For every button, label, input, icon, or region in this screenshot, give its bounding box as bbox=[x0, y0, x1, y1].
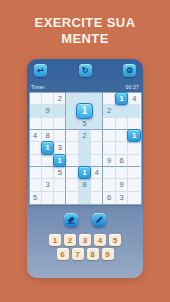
cell-r9c1[interactable]: 5 bbox=[30, 192, 42, 204]
numpad-key-3[interactable]: 3 bbox=[79, 234, 91, 246]
cell-r9c2[interactable] bbox=[42, 192, 54, 204]
cell-r6c4[interactable] bbox=[66, 155, 78, 167]
numpad-key-7[interactable]: 7 bbox=[72, 248, 84, 260]
numpad-key-2[interactable]: 2 bbox=[64, 234, 76, 246]
cell-r9c8[interactable]: 3 bbox=[116, 192, 128, 204]
cell-r4c5[interactable]: 2 bbox=[79, 130, 91, 142]
pencil-icon bbox=[94, 215, 104, 225]
cell-r5c6[interactable] bbox=[91, 142, 103, 154]
cell-r9c6[interactable] bbox=[91, 192, 103, 204]
pencil-button[interactable] bbox=[92, 213, 106, 227]
numpad-key-4[interactable]: 4 bbox=[94, 234, 106, 246]
cell-r6c9[interactable] bbox=[128, 155, 140, 167]
cell-r6c7[interactable]: 9 bbox=[103, 155, 115, 167]
cell-r5c5[interactable] bbox=[79, 142, 91, 154]
cell-r4c3[interactable] bbox=[54, 130, 66, 142]
cell-r4c4[interactable] bbox=[66, 130, 78, 142]
number-pad: 123456789 bbox=[27, 234, 143, 260]
cell-r3c7[interactable] bbox=[103, 118, 115, 130]
placed-tile[interactable]: 1 bbox=[76, 103, 92, 119]
placed-tile[interactable]: 1 bbox=[115, 92, 128, 105]
cell-r2c8[interactable] bbox=[116, 105, 128, 117]
placed-tile[interactable]: 1 bbox=[41, 141, 54, 154]
numpad-key-8[interactable]: 8 bbox=[87, 248, 99, 260]
cell-r6c8[interactable]: 6 bbox=[116, 155, 128, 167]
cell-r1c6[interactable] bbox=[91, 93, 103, 105]
cell-r7c4[interactable] bbox=[66, 167, 78, 179]
cell-r2c3[interactable] bbox=[54, 105, 66, 117]
action-buttons bbox=[27, 213, 143, 227]
cell-r3c8[interactable] bbox=[116, 118, 128, 130]
cell-r2c1[interactable] bbox=[30, 105, 42, 117]
sudoku-board: 2149125482113196514389563 bbox=[29, 92, 142, 205]
placed-tile[interactable]: 1 bbox=[53, 154, 66, 167]
cell-r8c8[interactable]: 9 bbox=[116, 179, 128, 191]
cell-r8c9[interactable] bbox=[128, 179, 140, 191]
numpad-key-5[interactable]: 5 bbox=[109, 234, 121, 246]
numpad-row: 12345 bbox=[49, 234, 121, 246]
cell-r7c8[interactable] bbox=[116, 167, 128, 179]
cell-r9c5[interactable] bbox=[79, 192, 91, 204]
numpad-key-6[interactable]: 6 bbox=[57, 248, 69, 260]
headline-text: EXERCITE SUA MENTE bbox=[20, 15, 150, 48]
cell-r3c6[interactable] bbox=[91, 118, 103, 130]
cell-r1c9[interactable]: 4 bbox=[128, 93, 140, 105]
cell-r3c1[interactable] bbox=[30, 118, 42, 130]
cell-r8c7[interactable] bbox=[103, 179, 115, 191]
numpad-key-1[interactable]: 1 bbox=[49, 234, 61, 246]
timer-value: 00:37 bbox=[125, 84, 139, 90]
cell-r2c2[interactable]: 9 bbox=[42, 105, 54, 117]
cell-r7c5[interactable]: 1 bbox=[79, 167, 91, 179]
cell-r7c3[interactable]: 5 bbox=[54, 167, 66, 179]
cell-r2c5[interactable]: 1 bbox=[79, 105, 91, 117]
numpad-key-9[interactable]: 9 bbox=[102, 248, 114, 260]
back-button[interactable]: ↩ bbox=[34, 64, 47, 77]
cell-r7c2[interactable] bbox=[42, 167, 54, 179]
cell-r3c5[interactable]: 5 bbox=[79, 118, 91, 130]
cell-r8c4[interactable] bbox=[66, 179, 78, 191]
cell-r2c7[interactable]: 2 bbox=[103, 105, 115, 117]
cell-r7c7[interactable] bbox=[103, 167, 115, 179]
app-header: ↩ ↻ ⚙ bbox=[27, 59, 143, 77]
cell-r9c3[interactable] bbox=[54, 192, 66, 204]
status-row: Timer 00:37 bbox=[30, 84, 140, 90]
cell-r1c3[interactable]: 2 bbox=[54, 93, 66, 105]
timer-label: Timer bbox=[31, 84, 45, 90]
settings-button[interactable]: ⚙ bbox=[123, 64, 136, 77]
cell-r6c3[interactable]: 1 bbox=[54, 155, 66, 167]
placed-tile[interactable]: 1 bbox=[127, 129, 141, 142]
cell-r1c8[interactable]: 1 bbox=[116, 93, 128, 105]
back-icon: ↩ bbox=[37, 67, 44, 75]
cell-r9c7[interactable]: 6 bbox=[103, 192, 115, 204]
placed-tile[interactable]: 1 bbox=[78, 166, 91, 179]
cell-r3c2[interactable] bbox=[42, 118, 54, 130]
cell-r8c3[interactable] bbox=[54, 179, 66, 191]
eraser-button[interactable] bbox=[64, 213, 78, 227]
cell-r1c1[interactable] bbox=[30, 93, 42, 105]
cell-r5c9[interactable] bbox=[128, 142, 140, 154]
cell-r1c2[interactable] bbox=[42, 93, 54, 105]
cell-r4c1[interactable]: 4 bbox=[30, 130, 42, 142]
cell-r7c1[interactable] bbox=[30, 167, 42, 179]
cell-r5c3[interactable]: 3 bbox=[54, 142, 66, 154]
cell-r5c1[interactable] bbox=[30, 142, 42, 154]
cell-r8c2[interactable]: 3 bbox=[42, 179, 54, 191]
numpad-row: 6789 bbox=[57, 248, 114, 260]
cell-r4c7[interactable] bbox=[103, 130, 115, 142]
cell-r8c5[interactable]: 8 bbox=[79, 179, 91, 191]
cell-r1c7[interactable] bbox=[103, 93, 115, 105]
cell-r6c1[interactable] bbox=[30, 155, 42, 167]
cell-r5c2[interactable]: 1 bbox=[42, 142, 54, 154]
cell-r7c9[interactable] bbox=[128, 167, 140, 179]
cell-r3c4[interactable] bbox=[66, 118, 78, 130]
gear-icon: ⚙ bbox=[126, 67, 133, 75]
cell-r8c1[interactable] bbox=[30, 179, 42, 191]
cell-r5c7[interactable] bbox=[103, 142, 115, 154]
app-screenshot-card: ↩ ↻ ⚙ Timer 00:37 2149125482113196514389… bbox=[27, 59, 143, 278]
cell-r7c6[interactable]: 4 bbox=[91, 167, 103, 179]
cell-r8c6[interactable] bbox=[91, 179, 103, 191]
eraser-icon bbox=[66, 215, 76, 225]
refresh-icon: ↻ bbox=[82, 67, 89, 75]
cell-r3c3[interactable] bbox=[54, 118, 66, 130]
cell-r2c9[interactable] bbox=[128, 105, 140, 117]
cell-r4c9[interactable]: 1 bbox=[128, 130, 140, 142]
cell-r2c6[interactable] bbox=[91, 105, 103, 117]
cell-r4c6[interactable] bbox=[91, 130, 103, 142]
cell-r6c6[interactable] bbox=[91, 155, 103, 167]
cell-r9c4[interactable] bbox=[66, 192, 78, 204]
cell-r5c8[interactable] bbox=[116, 142, 128, 154]
restart-button[interactable]: ↻ bbox=[79, 64, 92, 77]
cell-r5c4[interactable] bbox=[66, 142, 78, 154]
cell-r9c9[interactable] bbox=[128, 192, 140, 204]
